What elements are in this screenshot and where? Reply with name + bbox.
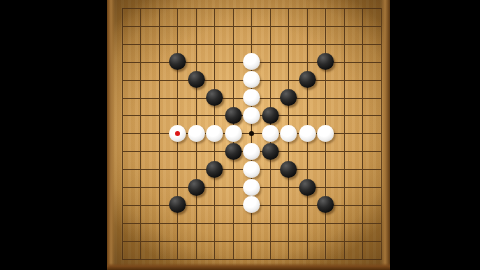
intersection-F3[interactable] xyxy=(206,214,224,232)
intersection-O2[interactable] xyxy=(372,232,390,250)
intersection-M2[interactable] xyxy=(335,232,353,250)
intersection-I7[interactable] xyxy=(261,142,279,160)
intersection-E5[interactable] xyxy=(187,178,205,196)
intersection-E12[interactable] xyxy=(187,53,205,71)
intersection-E3[interactable] xyxy=(187,214,205,232)
intersection-O1[interactable] xyxy=(372,250,390,268)
white-stone-H11 xyxy=(243,71,260,88)
intersection-D14[interactable] xyxy=(169,17,187,35)
black-stone-G7 xyxy=(225,143,242,160)
intersection-F15[interactable] xyxy=(206,0,224,17)
intersection-B6[interactable] xyxy=(132,160,150,178)
intersection-A12[interactable] xyxy=(113,53,131,71)
intersection-L5[interactable] xyxy=(316,178,334,196)
intersection-K6[interactable] xyxy=(298,160,316,178)
intersection-A3[interactable] xyxy=(113,214,131,232)
intersection-D13[interactable] xyxy=(169,35,187,53)
intersection-N11[interactable] xyxy=(353,71,371,89)
intersection-J9[interactable] xyxy=(279,107,297,125)
intersection-C2[interactable] xyxy=(150,232,168,250)
intersection-E14[interactable] xyxy=(187,17,205,35)
intersection-E7[interactable] xyxy=(187,142,205,160)
intersection-A7[interactable] xyxy=(113,142,131,160)
black-stone-E5 xyxy=(188,179,205,196)
intersection-H2[interactable] xyxy=(243,232,261,250)
intersection-B12[interactable] xyxy=(132,53,150,71)
intersection-L7[interactable] xyxy=(316,142,334,160)
intersection-A11[interactable] xyxy=(113,71,131,89)
intersection-M4[interactable] xyxy=(335,196,353,214)
intersection-I5[interactable] xyxy=(261,178,279,196)
intersection-L15[interactable] xyxy=(316,0,334,17)
white-stone-H12 xyxy=(243,53,260,70)
intersection-C14[interactable] xyxy=(150,17,168,35)
intersection-N4[interactable] xyxy=(353,196,371,214)
intersection-K12[interactable] xyxy=(298,53,316,71)
black-stone-J6 xyxy=(280,161,297,178)
intersection-L1[interactable] xyxy=(316,250,334,268)
intersection-A4[interactable] xyxy=(113,196,131,214)
intersection-C15[interactable] xyxy=(150,0,168,17)
intersection-C13[interactable] xyxy=(150,35,168,53)
intersection-J7[interactable] xyxy=(279,142,297,160)
intersection-I11[interactable] xyxy=(261,71,279,89)
intersection-O8[interactable] xyxy=(372,124,390,142)
intersection-I2[interactable] xyxy=(261,232,279,250)
intersection-N7[interactable] xyxy=(353,142,371,160)
intersection-J4[interactable] xyxy=(279,196,297,214)
intersection-J12[interactable] xyxy=(279,53,297,71)
intersection-O6[interactable] xyxy=(372,160,390,178)
intersection-C9[interactable] xyxy=(150,107,168,125)
intersection-A1[interactable] xyxy=(113,250,131,268)
letterbox-left-bar xyxy=(0,0,107,270)
intersection-M3[interactable] xyxy=(335,214,353,232)
intersection-I9[interactable] xyxy=(261,107,279,125)
intersection-E8[interactable] xyxy=(187,124,205,142)
intersection-K5[interactable] xyxy=(298,178,316,196)
intersection-B3[interactable] xyxy=(132,214,150,232)
intersection-G12[interactable] xyxy=(224,53,242,71)
intersection-N6[interactable] xyxy=(353,160,371,178)
intersection-O10[interactable] xyxy=(372,89,390,107)
intersection-N13[interactable] xyxy=(353,35,371,53)
center-star-point xyxy=(249,131,254,136)
intersection-M10[interactable] xyxy=(335,89,353,107)
intersection-O11[interactable] xyxy=(372,71,390,89)
intersection-N2[interactable] xyxy=(353,232,371,250)
intersection-O9[interactable] xyxy=(372,107,390,125)
intersection-L6[interactable] xyxy=(316,160,334,178)
black-stone-D12 xyxy=(169,53,186,70)
intersection-J2[interactable] xyxy=(279,232,297,250)
intersection-B13[interactable] xyxy=(132,35,150,53)
intersection-H8[interactable] xyxy=(243,124,261,142)
black-stone-G9 xyxy=(225,107,242,124)
white-stone-L8 xyxy=(317,125,334,142)
intersection-M11[interactable] xyxy=(335,71,353,89)
intersection-F13[interactable] xyxy=(206,35,224,53)
intersection-D15[interactable] xyxy=(169,0,187,17)
gomoku-board xyxy=(107,0,390,270)
intersection-F6[interactable] xyxy=(206,160,224,178)
black-stone-D4 xyxy=(169,196,186,213)
intersection-L11[interactable] xyxy=(316,71,334,89)
intersection-L14[interactable] xyxy=(316,17,334,35)
intersection-I3[interactable] xyxy=(261,214,279,232)
intersection-O3[interactable] xyxy=(372,214,390,232)
intersection-G11[interactable] xyxy=(224,71,242,89)
intersection-E9[interactable] xyxy=(187,107,205,125)
intersection-F11[interactable] xyxy=(206,71,224,89)
intersection-E13[interactable] xyxy=(187,35,205,53)
intersection-N12[interactable] xyxy=(353,53,371,71)
intersection-H3[interactable] xyxy=(243,214,261,232)
intersection-G14[interactable] xyxy=(224,17,242,35)
intersection-E11[interactable] xyxy=(187,71,205,89)
intersection-A10[interactable] xyxy=(113,89,131,107)
intersection-G15[interactable] xyxy=(224,0,242,17)
intersection-E10[interactable] xyxy=(187,89,205,107)
intersection-I1[interactable] xyxy=(261,250,279,268)
intersection-D4[interactable] xyxy=(169,196,187,214)
intersection-O15[interactable] xyxy=(372,0,390,17)
intersection-L13[interactable] xyxy=(316,35,334,53)
intersection-K13[interactable] xyxy=(298,35,316,53)
intersection-G3[interactable] xyxy=(224,214,242,232)
intersection-O13[interactable] xyxy=(372,35,390,53)
intersection-F2[interactable] xyxy=(206,232,224,250)
intersection-H10[interactable] xyxy=(243,89,261,107)
intersection-M14[interactable] xyxy=(335,17,353,35)
intersection-F8[interactable] xyxy=(206,124,224,142)
intersection-D7[interactable] xyxy=(169,142,187,160)
intersection-N15[interactable] xyxy=(353,0,371,17)
intersection-H14[interactable] xyxy=(243,17,261,35)
intersection-I6[interactable] xyxy=(261,160,279,178)
intersection-N8[interactable] xyxy=(353,124,371,142)
white-stone-H5 xyxy=(243,179,260,196)
last-move-marker xyxy=(175,131,180,136)
intersection-G4[interactable] xyxy=(224,196,242,214)
intersection-G6[interactable] xyxy=(224,160,242,178)
black-stone-J10 xyxy=(280,89,297,106)
intersection-L3[interactable] xyxy=(316,214,334,232)
intersection-E1[interactable] xyxy=(187,250,205,268)
intersection-N3[interactable] xyxy=(353,214,371,232)
intersection-H5[interactable] xyxy=(243,178,261,196)
intersection-K8[interactable] xyxy=(298,124,316,142)
intersection-N5[interactable] xyxy=(353,178,371,196)
letterbox-right-bar xyxy=(390,0,480,270)
intersection-B1[interactable] xyxy=(132,250,150,268)
intersection-J15[interactable] xyxy=(279,0,297,17)
black-stone-L12 xyxy=(317,53,334,70)
white-stone-E8 xyxy=(188,125,205,142)
intersection-O14[interactable] xyxy=(372,17,390,35)
intersection-I13[interactable] xyxy=(261,35,279,53)
intersection-B14[interactable] xyxy=(132,17,150,35)
intersection-M1[interactable] xyxy=(335,250,353,268)
intersection-M13[interactable] xyxy=(335,35,353,53)
intersection-G10[interactable] xyxy=(224,89,242,107)
intersection-F9[interactable] xyxy=(206,107,224,125)
intersection-F7[interactable] xyxy=(206,142,224,160)
intersection-C7[interactable] xyxy=(150,142,168,160)
white-stone-G8 xyxy=(225,125,242,142)
intersection-N9[interactable] xyxy=(353,107,371,125)
intersection-H12[interactable] xyxy=(243,53,261,71)
intersection-B8[interactable] xyxy=(132,124,150,142)
white-stone-H10 xyxy=(243,89,260,106)
black-stone-F10 xyxy=(206,89,223,106)
intersection-A13[interactable] xyxy=(113,35,131,53)
intersection-A14[interactable] xyxy=(113,17,131,35)
intersection-H1[interactable] xyxy=(243,250,261,268)
intersection-K15[interactable] xyxy=(298,0,316,17)
intersection-L9[interactable] xyxy=(316,107,334,125)
intersection-K1[interactable] xyxy=(298,250,316,268)
intersection-D11[interactable] xyxy=(169,71,187,89)
intersection-J10[interactable] xyxy=(279,89,297,107)
intersection-N10[interactable] xyxy=(353,89,371,107)
intersection-N14[interactable] xyxy=(353,17,371,35)
intersection-C4[interactable] xyxy=(150,196,168,214)
intersection-M6[interactable] xyxy=(335,160,353,178)
intersection-C10[interactable] xyxy=(150,89,168,107)
intersection-J14[interactable] xyxy=(279,17,297,35)
intersection-J11[interactable] xyxy=(279,71,297,89)
white-stone-I8 xyxy=(262,125,279,142)
white-stone-H9 xyxy=(243,107,260,124)
intersection-K9[interactable] xyxy=(298,107,316,125)
intersection-B15[interactable] xyxy=(132,0,150,17)
intersection-C6[interactable] xyxy=(150,160,168,178)
intersection-E15[interactable] xyxy=(187,0,205,17)
intersection-K10[interactable] xyxy=(298,89,316,107)
intersection-F5[interactable] xyxy=(206,178,224,196)
intersection-C8[interactable] xyxy=(150,124,168,142)
intersection-L12[interactable] xyxy=(316,53,334,71)
intersection-K3[interactable] xyxy=(298,214,316,232)
intersection-I15[interactable] xyxy=(261,0,279,17)
intersection-B2[interactable] xyxy=(132,232,150,250)
black-stone-K11 xyxy=(299,71,316,88)
intersection-G2[interactable] xyxy=(224,232,242,250)
intersection-O7[interactable] xyxy=(372,142,390,160)
intersection-H11[interactable] xyxy=(243,71,261,89)
intersection-G8[interactable] xyxy=(224,124,242,142)
intersection-D5[interactable] xyxy=(169,178,187,196)
intersection-G9[interactable] xyxy=(224,107,242,125)
intersection-F4[interactable] xyxy=(206,196,224,214)
intersection-B5[interactable] xyxy=(132,178,150,196)
intersection-F10[interactable] xyxy=(206,89,224,107)
intersection-E4[interactable] xyxy=(187,196,205,214)
intersection-H9[interactable] xyxy=(243,107,261,125)
intersection-F14[interactable] xyxy=(206,17,224,35)
intersection-H15[interactable] xyxy=(243,0,261,17)
intersection-F12[interactable] xyxy=(206,53,224,71)
intersection-F1[interactable] xyxy=(206,250,224,268)
intersection-A5[interactable] xyxy=(113,178,131,196)
intersection-H13[interactable] xyxy=(243,35,261,53)
white-stone-D8 xyxy=(169,125,186,142)
white-stone-F8 xyxy=(206,125,223,142)
intersection-C1[interactable] xyxy=(150,250,168,268)
intersection-A2[interactable] xyxy=(113,232,131,250)
intersection-K2[interactable] xyxy=(298,232,316,250)
intersection-E6[interactable] xyxy=(187,160,205,178)
intersection-K4[interactable] xyxy=(298,196,316,214)
intersection-D9[interactable] xyxy=(169,107,187,125)
intersection-D10[interactable] xyxy=(169,89,187,107)
white-stone-H4 xyxy=(243,196,260,213)
intersection-B9[interactable] xyxy=(132,107,150,125)
white-stone-J8 xyxy=(280,125,297,142)
intersection-M5[interactable] xyxy=(335,178,353,196)
intersection-J8[interactable] xyxy=(279,124,297,142)
intersection-G1[interactable] xyxy=(224,250,242,268)
intersection-G7[interactable] xyxy=(224,142,242,160)
intersection-E2[interactable] xyxy=(187,232,205,250)
intersection-H7[interactable] xyxy=(243,142,261,160)
intersection-I14[interactable] xyxy=(261,17,279,35)
intersection-L10[interactable] xyxy=(316,89,334,107)
intersection-G5[interactable] xyxy=(224,178,242,196)
intersection-C11[interactable] xyxy=(150,71,168,89)
intersection-M12[interactable] xyxy=(335,53,353,71)
white-stone-K8 xyxy=(299,125,316,142)
intersection-A15[interactable] xyxy=(113,0,131,17)
intersection-C12[interactable] xyxy=(150,53,168,71)
intersection-I8[interactable] xyxy=(261,124,279,142)
black-stone-I7 xyxy=(262,143,279,160)
intersection-B4[interactable] xyxy=(132,196,150,214)
intersection-D3[interactable] xyxy=(169,214,187,232)
intersection-D12[interactable] xyxy=(169,53,187,71)
black-stone-K5 xyxy=(299,179,316,196)
intersection-J1[interactable] xyxy=(279,250,297,268)
intersection-C3[interactable] xyxy=(150,214,168,232)
intersection-H4[interactable] xyxy=(243,196,261,214)
intersection-D6[interactable] xyxy=(169,160,187,178)
black-stone-F6 xyxy=(206,161,223,178)
intersection-B11[interactable] xyxy=(132,71,150,89)
white-stone-H6 xyxy=(243,161,260,178)
intersection-J5[interactable] xyxy=(279,178,297,196)
intersection-C5[interactable] xyxy=(150,178,168,196)
board-intersections xyxy=(113,0,390,268)
intersection-D2[interactable] xyxy=(169,232,187,250)
intersection-J13[interactable] xyxy=(279,35,297,53)
intersection-I12[interactable] xyxy=(261,53,279,71)
intersection-B7[interactable] xyxy=(132,142,150,160)
intersection-A9[interactable] xyxy=(113,107,131,125)
intersection-G13[interactable] xyxy=(224,35,242,53)
intersection-L8[interactable] xyxy=(316,124,334,142)
intersection-K11[interactable] xyxy=(298,71,316,89)
intersection-M8[interactable] xyxy=(335,124,353,142)
screenshot-root xyxy=(0,0,480,270)
intersection-J6[interactable] xyxy=(279,160,297,178)
intersection-O12[interactable] xyxy=(372,53,390,71)
intersection-L4[interactable] xyxy=(316,196,334,214)
intersection-M7[interactable] xyxy=(335,142,353,160)
intersection-K14[interactable] xyxy=(298,17,316,35)
intersection-I10[interactable] xyxy=(261,89,279,107)
intersection-K7[interactable] xyxy=(298,142,316,160)
black-stone-L4 xyxy=(317,196,334,213)
intersection-D8[interactable] xyxy=(169,124,187,142)
intersection-A8[interactable] xyxy=(113,124,131,142)
intersection-A6[interactable] xyxy=(113,160,131,178)
intersection-M9[interactable] xyxy=(335,107,353,125)
intersection-J3[interactable] xyxy=(279,214,297,232)
intersection-O5[interactable] xyxy=(372,178,390,196)
intersection-L2[interactable] xyxy=(316,232,334,250)
black-stone-E11 xyxy=(188,71,205,88)
intersection-O4[interactable] xyxy=(372,196,390,214)
black-stone-I9 xyxy=(262,107,279,124)
intersection-M15[interactable] xyxy=(335,0,353,17)
intersection-N1[interactable] xyxy=(353,250,371,268)
intersection-I4[interactable] xyxy=(261,196,279,214)
intersection-B10[interactable] xyxy=(132,89,150,107)
intersection-D1[interactable] xyxy=(169,250,187,268)
white-stone-H7 xyxy=(243,143,260,160)
intersection-H6[interactable] xyxy=(243,160,261,178)
